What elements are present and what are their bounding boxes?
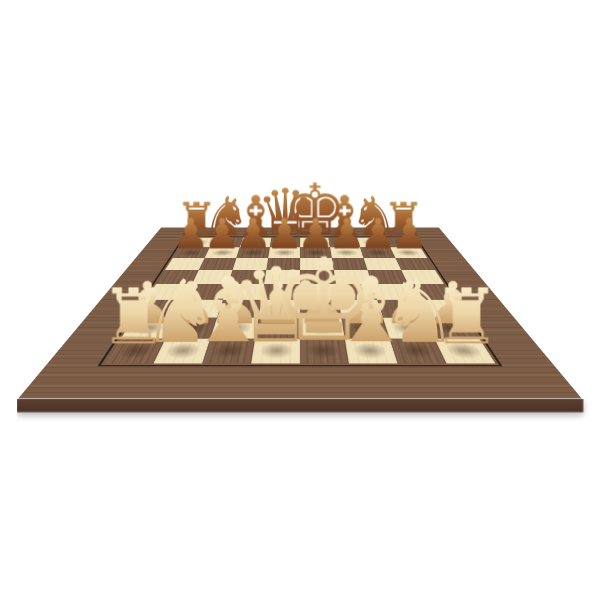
- white-king[interactable]: ♚: [257, 243, 390, 358]
- chess-board: ♜♞♝♛♚♝♞♜♟♟♟♟♟♟♟♟♟♟♟♟♟♟♟♟♜♞♝♛♚♝♞♜: [18, 228, 581, 399]
- square-g1[interactable]: ♞: [390, 339, 447, 364]
- square-e1[interactable]: ♚: [300, 339, 349, 364]
- board-front-edge: [17, 399, 584, 413]
- square-h7[interactable]: ♟: [390, 247, 427, 258]
- chess-set-photo: ♜♞♝♛♚♝♞♜♟♟♟♟♟♟♟♟♟♟♟♟♟♟♟♟♜♞♝♛♚♝♞♜: [0, 0, 600, 600]
